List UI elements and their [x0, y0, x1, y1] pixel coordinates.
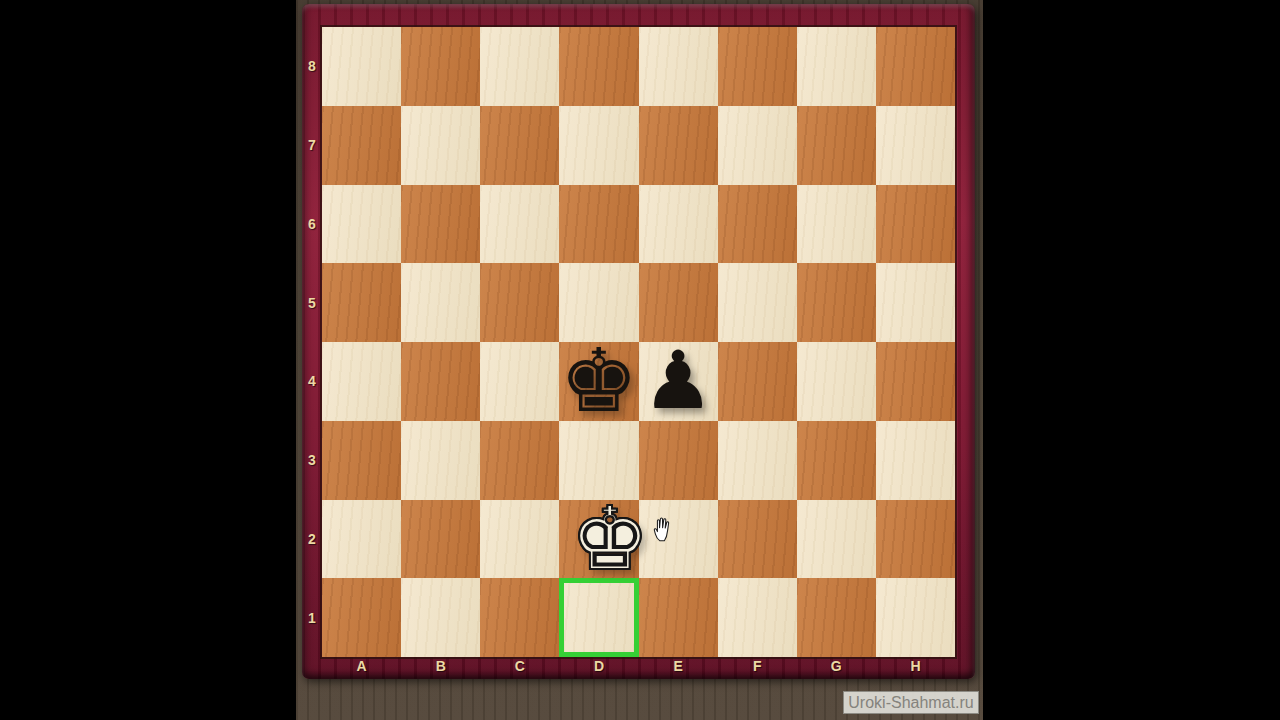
file-label-h: H — [910, 658, 920, 674]
square-e7[interactable] — [639, 106, 718, 185]
square-c7[interactable] — [480, 106, 559, 185]
square-g3[interactable] — [797, 421, 876, 500]
file-label-c: C — [515, 658, 525, 674]
square-d8[interactable] — [559, 27, 638, 106]
black-king-glyph: ♚ — [559, 337, 638, 425]
file-label-g: G — [831, 658, 842, 674]
square-f7[interactable] — [718, 106, 797, 185]
square-h8[interactable] — [876, 27, 955, 106]
square-b2[interactable] — [401, 500, 480, 579]
square-d6[interactable] — [559, 185, 638, 264]
square-b4[interactable] — [401, 342, 480, 421]
square-c6[interactable] — [480, 185, 559, 264]
square-c4[interactable] — [480, 342, 559, 421]
square-f6[interactable] — [718, 185, 797, 264]
square-a7[interactable] — [322, 106, 401, 185]
square-c5[interactable] — [480, 263, 559, 342]
rank-label-8: 8 — [308, 58, 316, 74]
rank-label-5: 5 — [308, 295, 316, 311]
square-a8[interactable] — [322, 27, 401, 106]
square-e6[interactable] — [639, 185, 718, 264]
rank-label-2: 2 — [308, 531, 316, 547]
square-a3[interactable] — [322, 421, 401, 500]
square-f3[interactable] — [718, 421, 797, 500]
square-c2[interactable] — [480, 500, 559, 579]
square-c1[interactable] — [480, 578, 559, 657]
letterbox-left — [0, 0, 296, 720]
square-f5[interactable] — [718, 263, 797, 342]
hand-cursor-icon — [652, 516, 673, 542]
square-e3[interactable] — [639, 421, 718, 500]
white-king-glyph: ♚ — [570, 495, 649, 583]
black-pawn[interactable]: ♟ — [639, 342, 718, 421]
square-c3[interactable] — [480, 421, 559, 500]
square-b5[interactable] — [401, 263, 480, 342]
square-g5[interactable] — [797, 263, 876, 342]
square-g8[interactable] — [797, 27, 876, 106]
square-a5[interactable] — [322, 263, 401, 342]
square-a1[interactable] — [322, 578, 401, 657]
square-f1[interactable] — [718, 578, 797, 657]
square-g6[interactable] — [797, 185, 876, 264]
square-c8[interactable] — [480, 27, 559, 106]
watermark: Uroki-Shahmat.ru — [843, 691, 979, 714]
square-g2[interactable] — [797, 500, 876, 579]
square-e8[interactable] — [639, 27, 718, 106]
rank-label-1: 1 — [308, 610, 316, 626]
square-h6[interactable] — [876, 185, 955, 264]
white-king[interactable]: ♚ — [570, 500, 649, 579]
square-a2[interactable] — [322, 500, 401, 579]
file-label-e: E — [673, 658, 682, 674]
file-label-d: D — [594, 658, 604, 674]
square-g7[interactable] — [797, 106, 876, 185]
file-label-b: B — [436, 658, 446, 674]
square-f2[interactable] — [718, 500, 797, 579]
video-frame: 87654321 ABCDEFGH ♚♟♚ Uroki-Shahmat.ru — [0, 0, 1280, 720]
rank-label-7: 7 — [308, 137, 316, 153]
square-b8[interactable] — [401, 27, 480, 106]
letterbox-right — [983, 0, 1280, 720]
square-a6[interactable] — [322, 185, 401, 264]
square-d7[interactable] — [559, 106, 638, 185]
file-label-f: F — [753, 658, 762, 674]
square-e5[interactable] — [639, 263, 718, 342]
square-h3[interactable] — [876, 421, 955, 500]
square-e2[interactable] — [639, 500, 718, 579]
black-king[interactable]: ♚ — [559, 342, 638, 421]
square-b3[interactable] — [401, 421, 480, 500]
square-b6[interactable] — [401, 185, 480, 264]
file-label-a: A — [357, 658, 367, 674]
black-pawn-glyph: ♟ — [642, 341, 714, 421]
board-stage: 87654321 ABCDEFGH ♚♟♚ Uroki-Shahmat.ru — [296, 0, 983, 720]
square-f4[interactable] — [718, 342, 797, 421]
highlighted-square-d1[interactable] — [559, 578, 638, 657]
square-b7[interactable] — [401, 106, 480, 185]
rank-label-3: 3 — [308, 452, 316, 468]
square-h5[interactable] — [876, 263, 955, 342]
square-h1[interactable] — [876, 578, 955, 657]
square-g4[interactable] — [797, 342, 876, 421]
square-g1[interactable] — [797, 578, 876, 657]
square-b1[interactable] — [401, 578, 480, 657]
square-h7[interactable] — [876, 106, 955, 185]
square-e1[interactable] — [639, 578, 718, 657]
square-h4[interactable] — [876, 342, 955, 421]
rank-label-6: 6 — [308, 216, 316, 232]
square-h2[interactable] — [876, 500, 955, 579]
rank-label-4: 4 — [308, 373, 316, 389]
square-f8[interactable] — [718, 27, 797, 106]
square-a4[interactable] — [322, 342, 401, 421]
